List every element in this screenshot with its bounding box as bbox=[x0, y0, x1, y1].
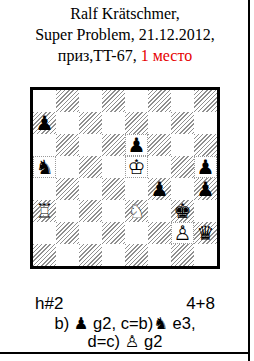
piece-black-pawn: ♟ bbox=[194, 178, 217, 200]
square-f7 bbox=[148, 112, 171, 134]
square-f4: ♟ bbox=[148, 178, 171, 200]
square-c6 bbox=[79, 134, 102, 156]
square-e2 bbox=[125, 222, 148, 244]
twin-solution: b) ♟ g2, c=b)♞ e3, d=c) ♙ g2 bbox=[0, 314, 250, 350]
piece-outline: ♙ bbox=[174, 223, 192, 243]
square-a8 bbox=[33, 90, 56, 112]
piece-white-knight: ♞♘ bbox=[125, 200, 148, 222]
square-d5 bbox=[102, 156, 125, 178]
twin-line-2: d=c) ♙ g2 bbox=[0, 332, 250, 350]
square-c5 bbox=[79, 156, 102, 178]
square-h4: ♟ bbox=[194, 178, 217, 200]
square-d6 bbox=[102, 134, 125, 156]
square-b7 bbox=[56, 112, 79, 134]
problem-award: приз,TT-67, 1 место bbox=[0, 45, 250, 66]
square-e4 bbox=[125, 178, 148, 200]
square-a4 bbox=[33, 178, 56, 200]
square-d2 bbox=[102, 222, 125, 244]
square-h7 bbox=[194, 112, 217, 134]
square-c1 bbox=[79, 244, 102, 266]
square-h8 bbox=[194, 90, 217, 112]
square-b8 bbox=[56, 90, 79, 112]
square-f8 bbox=[148, 90, 171, 112]
square-b1 bbox=[56, 244, 79, 266]
square-h5: ♟ bbox=[194, 156, 217, 178]
square-h6 bbox=[194, 134, 217, 156]
square-e5: ♚♔ bbox=[125, 156, 148, 178]
square-d8 bbox=[102, 90, 125, 112]
square-g6 bbox=[171, 134, 194, 156]
bottom-border-line bbox=[0, 352, 250, 354]
piece-outline: ♘ bbox=[128, 201, 146, 221]
square-f3 bbox=[148, 200, 171, 222]
piece-black-knight: ♞ bbox=[34, 157, 55, 177]
square-d4 bbox=[102, 178, 125, 200]
piece-outline: ♔ bbox=[128, 157, 146, 177]
award-prefix: приз,TT-67, bbox=[58, 47, 141, 64]
square-a3: ♜♖ bbox=[33, 200, 56, 222]
square-g4 bbox=[171, 178, 194, 200]
square-f6 bbox=[148, 134, 171, 156]
square-c4 bbox=[79, 178, 102, 200]
square-b2 bbox=[56, 222, 79, 244]
piece-black-queen: ♛ bbox=[194, 222, 217, 244]
square-d7 bbox=[102, 112, 125, 134]
square-b5 bbox=[56, 156, 79, 178]
square-h3 bbox=[194, 200, 217, 222]
square-b6 bbox=[56, 134, 79, 156]
piece-white-pawn: ♟♙ bbox=[172, 223, 193, 243]
square-b4 bbox=[56, 178, 79, 200]
square-e1 bbox=[125, 244, 148, 266]
square-e7 bbox=[125, 112, 148, 134]
square-g8 bbox=[171, 90, 194, 112]
stipulation: h#2 bbox=[35, 294, 63, 313]
square-d1 bbox=[102, 244, 125, 266]
square-c3 bbox=[79, 200, 102, 222]
square-a6 bbox=[33, 134, 56, 156]
square-e8 bbox=[125, 90, 148, 112]
square-g3: ♚ bbox=[171, 200, 194, 222]
problem-source: Super Problem, 21.12.2012, bbox=[0, 24, 250, 45]
piece-black-pawn: ♟ bbox=[33, 112, 56, 134]
piece-black-king: ♚ bbox=[171, 200, 194, 222]
problem-header: Ralf Krätschmer, Super Problem, 21.12.20… bbox=[0, 0, 250, 66]
piece-white-king: ♚♔ bbox=[126, 157, 147, 177]
square-c2 bbox=[79, 222, 102, 244]
square-e3: ♞♘ bbox=[125, 200, 148, 222]
square-f2 bbox=[148, 222, 171, 244]
piece-black-pawn: ♟ bbox=[195, 157, 216, 177]
piece-outline: ♖ bbox=[36, 201, 54, 221]
square-f1 bbox=[148, 244, 171, 266]
piece-white-rook: ♜♖ bbox=[33, 200, 56, 222]
square-h1 bbox=[194, 244, 217, 266]
piece-black-pawn: ♟ bbox=[126, 135, 147, 155]
square-g2: ♟♙ bbox=[171, 222, 194, 244]
square-a7: ♟ bbox=[33, 112, 56, 134]
square-g7 bbox=[171, 112, 194, 134]
chess-board: ♟♟♞♚♔♟♟♟♜♖♞♘♚♟♙♛ bbox=[30, 87, 220, 269]
square-c7 bbox=[79, 112, 102, 134]
square-a2 bbox=[33, 222, 56, 244]
square-a1 bbox=[33, 244, 56, 266]
piece-count: 4+8 bbox=[186, 294, 215, 313]
square-f5 bbox=[148, 156, 171, 178]
square-b3 bbox=[56, 200, 79, 222]
square-h2: ♛ bbox=[194, 222, 217, 244]
right-border-line bbox=[248, 0, 250, 361]
problem-card: Ralf Krätschmer, Super Problem, 21.12.20… bbox=[0, 0, 254, 361]
problem-author: Ralf Krätschmer, bbox=[0, 3, 250, 24]
square-d3 bbox=[102, 200, 125, 222]
piece-black-pawn: ♟ bbox=[148, 178, 171, 200]
stipulation-row: h#2 4+8 bbox=[30, 294, 220, 313]
square-a5: ♞ bbox=[33, 156, 56, 178]
square-g5 bbox=[171, 156, 194, 178]
square-e6: ♟ bbox=[125, 134, 148, 156]
square-g1 bbox=[171, 244, 194, 266]
award-place: 1 место bbox=[141, 47, 193, 64]
square-c8 bbox=[79, 90, 102, 112]
twin-line-1: b) ♟ g2, c=b)♞ e3, bbox=[0, 314, 250, 332]
